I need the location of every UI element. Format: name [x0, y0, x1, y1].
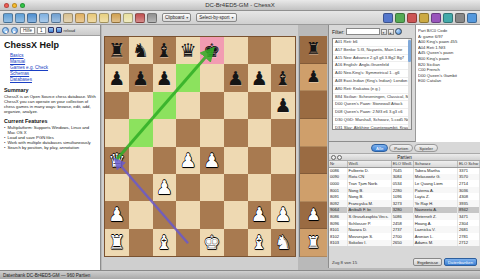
eco-info-panel: Part B/C0 CodeA: game 6/97A00 King's paw… [415, 25, 480, 142]
open-database-icon[interactable] [15, 13, 25, 23]
filter-label: Filter: [332, 29, 345, 35]
square-g2[interactable]: ♟ [248, 201, 272, 228]
flip-board-icon[interactable] [99, 13, 109, 23]
square-h4[interactable] [271, 147, 295, 174]
status-bar: Datenbank DC-Br4ED5-GM — 960 Partien [0, 270, 480, 279]
square-g6[interactable] [248, 92, 272, 119]
chevron-down-icon: ▾ [232, 15, 234, 20]
white-queen[interactable]: ♛ [108, 151, 125, 170]
square-g3[interactable] [248, 174, 272, 201]
feature-item: •Search by position, by play, annotation [4, 145, 96, 150]
features-heading: Current Features [4, 118, 96, 124]
board-setup-icon[interactable] [87, 13, 97, 23]
black-pawn[interactable]: ♟ [251, 69, 268, 88]
feature-item: •Multiplatform: Supports Windows, Linux … [4, 125, 96, 135]
table-row[interactable]: 0086Fulberto D.7045Tabea Martha3371 [329, 167, 480, 174]
square-g4[interactable] [248, 147, 272, 174]
square-a4[interactable]: ♛ [105, 147, 129, 174]
secondary-board-square[interactable]: ♜ [300, 229, 327, 257]
table-row[interactable]: 8102Movsesjan S.2700Aronian L.2781 [329, 233, 480, 240]
square-c3[interactable]: ♟ [153, 174, 177, 201]
black-knight[interactable]: ♞ [132, 41, 149, 60]
black-queen[interactable]: ♛ [180, 41, 197, 60]
square-g5[interactable] [248, 119, 272, 146]
tab-partien[interactable]: Partien [389, 144, 413, 152]
eco-list-item[interactable]: D00 Queen's Pawn: Stonewall Attack [333, 101, 411, 109]
filter-input[interactable] [346, 28, 380, 35]
eco-list-item[interactable]: A57 Benko: 5.f3, Nayantis, Main Line [333, 47, 411, 55]
square-h3[interactable] [271, 174, 295, 201]
chess-board[interactable]: ♜♞♝♛♚♟♟♟♟♟♝♟♛♟♟♟♟♟♟♜♝♚♝♞ [104, 36, 296, 257]
square-d3[interactable] [176, 174, 200, 201]
square-d5[interactable] [176, 119, 200, 146]
help-nav-bar: ◀ ▶ Hilfe 1 reload [0, 25, 100, 36]
white-pawn[interactable]: ♟ [203, 151, 220, 170]
table-row[interactable]: 8086S.Gruszkzapkta Vecs.5086Meternelt Z.… [329, 213, 480, 220]
black-pawn[interactable]: ♟ [275, 96, 292, 115]
gear-icon[interactable] [455, 13, 465, 23]
eco-list-item[interactable]: A40 Neo-King's: Symmetrical 1...g6 [333, 70, 411, 78]
info-icon[interactable] [467, 13, 477, 23]
camera-icon[interactable] [443, 13, 453, 23]
scrollbar[interactable] [408, 39, 411, 129]
filter-toggle-icon[interactable] [331, 155, 336, 160]
white-knight[interactable]: ♞ [275, 233, 292, 252]
eco-opening-list[interactable]: A01 Reti: b6A57 Benko: 5.f3, Nayantis, M… [332, 38, 412, 130]
square-h8[interactable] [271, 37, 295, 64]
filter-combo[interactable]: Select-by-sport▾ [196, 13, 236, 22]
square-a3[interactable] [105, 174, 129, 201]
square-e7[interactable] [200, 64, 224, 91]
black-bishop[interactable]: ♝ [156, 41, 173, 60]
white-pawn[interactable]: ♟ [275, 205, 292, 224]
square-f2[interactable] [224, 201, 248, 228]
help-search-field[interactable]: Hilfe [20, 27, 35, 34]
square-c8[interactable]: ♝ [153, 37, 177, 64]
white-pawn: ♟ [306, 207, 320, 223]
print-icon[interactable] [51, 13, 61, 23]
square-b7[interactable]: ♟ [129, 64, 153, 91]
eco-list-item[interactable]: A15 Neo: Advance 2.g3 g6 3.Bg2 Bg7 [333, 55, 411, 63]
black-rook: ♜ [306, 41, 320, 57]
summary-heading: Summary [4, 87, 96, 93]
square-c4[interactable] [153, 147, 177, 174]
square-c2[interactable] [153, 201, 177, 228]
square-h2[interactable]: ♟ [271, 201, 295, 228]
games-section-header: Partien [329, 154, 480, 162]
filter-decrement-button[interactable]: ▾ [381, 29, 387, 35]
filter-increment-button[interactable]: ▴ [388, 29, 394, 35]
square-h1[interactable]: ♞ [271, 229, 295, 256]
back-button[interactable]: ◀ [2, 27, 9, 34]
filter-go-button[interactable] [395, 28, 402, 35]
status-text: Datenbank DC-Br4ED5-GM — 960 Partien [3, 273, 90, 278]
eco-list-item[interactable]: A16 English: Anglo-Gruenfeld [333, 62, 411, 70]
title-bar: DC-Br4ED5-GM - ChessX [0, 0, 480, 11]
square-h5[interactable] [271, 119, 295, 146]
square-d7[interactable] [176, 64, 200, 91]
help-panel: ◀ ▶ Hilfe 1 reload ChessX Help BasicsMan… [0, 25, 101, 270]
board-icon[interactable] [383, 13, 393, 23]
eco-list-item[interactable]: A80 Reti: Krakatoa (e.g.) [333, 86, 411, 94]
secondary-board-square[interactable] [300, 119, 327, 147]
main-toolbar: Clipboard▾ Select-by-sport▾ [0, 11, 480, 25]
help-link-databases[interactable]: Databases [10, 77, 96, 83]
square-g1[interactable]: ♝ [248, 229, 272, 256]
move-counter: Zug 8 von 15 [332, 260, 411, 265]
square-d6[interactable] [176, 92, 200, 119]
databases-tab[interactable]: Datenbanken [444, 258, 477, 266]
square-f1[interactable] [224, 229, 248, 256]
black-pawn[interactable]: ♟ [227, 69, 244, 88]
note-icon[interactable] [419, 13, 429, 23]
square-e8[interactable]: ♚ [200, 37, 224, 64]
secondary-board-square[interactable]: ♜ [300, 36, 327, 64]
square-d2[interactable] [176, 201, 200, 228]
square-c6[interactable] [153, 92, 177, 119]
tab-alle[interactable]: Alle [371, 144, 388, 152]
square-e5[interactable] [200, 119, 224, 146]
black-pawn: ♟ [306, 69, 320, 85]
summary-text: ChessX is an Open Source chess database.… [4, 94, 96, 114]
black-king[interactable]: ♚ [203, 41, 220, 60]
engine-icon[interactable] [135, 13, 145, 23]
black-bishop[interactable]: ♝ [275, 69, 292, 88]
square-c7[interactable]: ♟ [153, 64, 177, 91]
edit-icon[interactable] [75, 13, 85, 23]
square-b5[interactable] [129, 119, 153, 146]
table-row[interactable]: 8101Navara D.2737Laznicka V.2681 [329, 226, 480, 233]
square-c1[interactable]: ♝ [153, 229, 177, 256]
white-king[interactable]: ♚ [203, 233, 220, 252]
square-a7[interactable]: ♟ [105, 64, 129, 91]
eco-list-item[interactable]: B84 Sicilian: Scheveningen, Classical, M… [333, 94, 411, 102]
square-f6[interactable] [224, 92, 248, 119]
square-a5[interactable] [105, 119, 129, 146]
eco-list-item[interactable]: D31 Slav: Alekhine Countergambit, Krause… [333, 125, 411, 130]
table-row[interactable]: 0000Tran Tjum Norb.0534Le Quang Liem2714 [329, 180, 480, 187]
square-f8[interactable] [224, 37, 248, 64]
square-e1[interactable]: ♚ [200, 229, 224, 256]
tab-spieler[interactable]: Spieler [414, 144, 438, 152]
zoom-in-button[interactable] [56, 27, 62, 33]
secondary-board-square[interactable] [300, 91, 327, 119]
square-h6[interactable]: ♟ [271, 92, 295, 119]
square-b1[interactable] [129, 229, 153, 256]
square-g7[interactable]: ♟ [248, 64, 272, 91]
secondary-board-square[interactable]: ♟ [300, 64, 327, 92]
table-row[interactable]: 8096Schlosser P.2458Hoang A.2304 [329, 220, 480, 227]
square-e6[interactable] [200, 92, 224, 119]
help-icon[interactable] [147, 13, 157, 23]
square-g8[interactable] [248, 37, 272, 64]
results-tab[interactable]: Ergebnisse [413, 258, 442, 266]
help-title: ChessX Help [4, 40, 96, 50]
square-b6[interactable] [129, 92, 153, 119]
eco-list-item[interactable]: A48 East-Indian (King's Indian): London … [333, 78, 411, 86]
export-icon[interactable] [39, 13, 49, 23]
chevron-down-icon: ▾ [186, 15, 188, 20]
copy-icon[interactable] [63, 13, 73, 23]
table-row[interactable]: 8001Nong B.2280Paterna A.3036 [329, 187, 480, 194]
square-f4[interactable] [224, 147, 248, 174]
save-icon[interactable] [27, 13, 37, 23]
square-h7[interactable]: ♝ [271, 64, 295, 91]
square-f3[interactable] [224, 174, 248, 201]
table-row[interactable]: 0090Rota CN3084Melasowitz G.3570 [329, 174, 480, 181]
tree-icon[interactable] [395, 13, 405, 23]
eco-list-item[interactable]: A01 Reti: b6 [333, 39, 411, 47]
new-database-icon[interactable] [3, 13, 13, 23]
games-panel: AllePartienSpieler Partien NrWeißELO Wei… [328, 142, 480, 268]
reload-label[interactable]: reload [64, 28, 76, 33]
square-b8[interactable]: ♞ [129, 37, 153, 64]
refresh-icon[interactable] [337, 155, 342, 160]
square-f7[interactable]: ♟ [224, 64, 248, 91]
square-a2[interactable]: ♟ [105, 201, 129, 228]
board-panel: ♜♞♝♛♚♟♟♟♟♟♝♟♛♟♟♟♟♟♟♜♝♚♝♞ [102, 25, 298, 270]
page-number: 1 [37, 27, 46, 34]
square-d1[interactable] [176, 229, 200, 256]
white-bishop[interactable]: ♝ [251, 233, 268, 252]
square-d4[interactable]: ♟ [176, 147, 200, 174]
database-combo[interactable]: Clipboard▾ [162, 13, 191, 22]
table-row[interactable]: 8103Sokolov I.2650Adams M.2712 [329, 240, 480, 247]
white-pawn[interactable]: ♟ [180, 151, 197, 170]
black-pawn[interactable]: ♟ [108, 69, 125, 88]
secondary-board-square[interactable] [300, 147, 327, 175]
square-d8[interactable]: ♛ [176, 37, 200, 64]
table-row[interactable]: 8091Nong B.1096Layta Z.4308 [329, 193, 480, 200]
square-b4[interactable] [129, 147, 153, 174]
square-a1[interactable]: ♜ [105, 229, 129, 256]
square-f5[interactable] [224, 119, 248, 146]
square-b2[interactable] [129, 201, 153, 228]
square-e4[interactable]: ♟ [200, 147, 224, 174]
square-e3[interactable] [200, 174, 224, 201]
white-rook: ♜ [306, 235, 320, 251]
square-c5[interactable] [153, 119, 177, 146]
square-a6[interactable] [105, 92, 129, 119]
secondary-board-square[interactable]: ♟ [300, 202, 327, 230]
secondary-board-square[interactable] [300, 174, 327, 202]
square-a8[interactable]: ♜ [105, 37, 129, 64]
info-line: E00 Catalan [418, 78, 478, 84]
black-rook[interactable]: ♜ [108, 41, 125, 60]
square-b3[interactable] [129, 174, 153, 201]
table-row[interactable]: 9064Aniballi F. br.3280Navneeta A.8942 [329, 207, 480, 214]
window-title: DC-Br4ED5-GM - ChessX [0, 2, 480, 8]
white-pawn[interactable]: ♟ [156, 178, 173, 197]
search-icon[interactable] [111, 13, 121, 23]
eco-list-item[interactable]: D30 QGD: Marshall, Schwarz, 5.cxd5 Nxd5 [333, 117, 411, 125]
table-row[interactable]: 8092Francyska M.3273Ye Rap H.3935 [329, 200, 480, 207]
black-pawn[interactable]: ♟ [132, 69, 149, 88]
white-rook[interactable]: ♜ [108, 233, 125, 252]
clock-icon[interactable] [407, 13, 417, 23]
black-pawn[interactable]: ♟ [156, 69, 173, 88]
white-bishop[interactable]: ♝ [156, 233, 173, 252]
zoom-out-button[interactable] [48, 27, 54, 33]
square-e2[interactable] [200, 201, 224, 228]
filter-icon[interactable] [123, 13, 133, 23]
white-pawn[interactable]: ♟ [108, 205, 125, 224]
forward-button[interactable]: ▶ [11, 27, 18, 34]
flag-icon[interactable] [431, 13, 441, 23]
secondary-board-strip[interactable]: ♜♟♟♜ [299, 36, 327, 257]
eco-list-item[interactable]: D08 Queen's Pawn: 2.Nf3 e6 3.g3 c6 [333, 109, 411, 117]
opening-filter-panel: Filter: ▾ ▴ A01 Reti: b6A57 Benko: 5.f3,… [328, 25, 415, 142]
white-pawn[interactable]: ♟ [251, 205, 268, 224]
games-table[interactable]: NrWeißELO WeißSchwarzELO Schw 0086Fulber… [329, 161, 480, 246]
